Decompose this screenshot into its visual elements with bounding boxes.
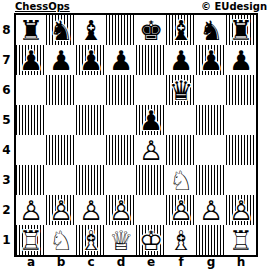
white-bishop-c1: ♝♗ (76, 225, 106, 255)
black-queen-f6: ♛ (166, 75, 196, 105)
square-b4 (46, 135, 76, 165)
square-e1: ♚♔ (136, 225, 166, 255)
rank-label-2: 2 (0, 195, 13, 225)
black-bishop-c8: ♝ (76, 15, 106, 45)
white-pawn-a2: ♟♙ (16, 195, 46, 225)
square-f1: ♝♗ (166, 225, 196, 255)
square-d2: ♟♙ (106, 195, 136, 225)
square-b1: ♞♘ (46, 225, 76, 255)
black-queen-glyph: ♛ (166, 75, 196, 105)
black-pawn-f7: ♟ (166, 45, 196, 75)
black-rook-a8: ♜ (16, 15, 46, 45)
file-label-e: e (136, 256, 166, 269)
square-b2: ♟♙ (46, 195, 76, 225)
square-e7 (136, 45, 166, 75)
white-queen-d1: ♛♕ (106, 225, 136, 255)
square-h3 (226, 165, 256, 195)
square-h7: ♟ (226, 45, 256, 75)
square-f6: ♛ (166, 75, 196, 105)
square-d7: ♟ (106, 45, 136, 75)
white-knight-f3: ♞♘ (166, 165, 196, 195)
square-f4 (166, 135, 196, 165)
white-pawn-c2: ♟♙ (76, 195, 106, 225)
white-bishop-f1: ♝♗ (166, 225, 196, 255)
square-f5 (166, 105, 196, 135)
square-e3 (136, 165, 166, 195)
square-g3 (196, 165, 226, 195)
square-b8: ♞ (46, 15, 76, 45)
black-pawn-a7: ♟ (16, 45, 46, 75)
square-g6 (196, 75, 226, 105)
square-d1: ♛♕ (106, 225, 136, 255)
white-pawn-d2: ♟♙ (106, 195, 136, 225)
white-pawn-outline: ♙ (226, 195, 256, 225)
square-f7: ♟ (166, 45, 196, 75)
rank-label-5: 5 (0, 105, 13, 135)
white-rook-outline: ♖ (226, 225, 256, 255)
square-a2: ♟♙ (16, 195, 46, 225)
white-king-outline: ♔ (136, 225, 166, 255)
black-pawn-b7: ♟ (46, 45, 76, 75)
square-f2: ♟♙ (166, 195, 196, 225)
black-king-e8: ♚ (136, 15, 166, 45)
black-rook-glyph: ♜ (16, 15, 46, 45)
black-pawn-glyph: ♟ (196, 45, 226, 75)
square-c1: ♝♗ (76, 225, 106, 255)
white-pawn-outline: ♙ (136, 135, 166, 165)
file-label-a: a (16, 256, 46, 269)
white-pawn-outline: ♙ (46, 195, 76, 225)
white-pawn-outline: ♙ (106, 195, 136, 225)
square-f3: ♞♘ (166, 165, 196, 195)
rank-label-7: 7 (0, 45, 13, 75)
square-a3 (16, 165, 46, 195)
white-bishop-outline: ♗ (166, 225, 196, 255)
square-a8: ♜ (16, 15, 46, 45)
black-bishop-glyph: ♝ (166, 15, 196, 45)
square-c3 (76, 165, 106, 195)
square-e2 (136, 195, 166, 225)
square-h1: ♜♖ (226, 225, 256, 255)
white-rook-a1: ♜♖ (16, 225, 46, 255)
white-pawn-outline: ♙ (76, 195, 106, 225)
square-e6 (136, 75, 166, 105)
file-label-f: f (166, 256, 196, 269)
white-rook-outline: ♖ (16, 225, 46, 255)
file-labels: abcdefgh (16, 256, 256, 269)
square-g4 (196, 135, 226, 165)
square-f8: ♝ (166, 15, 196, 45)
square-e8: ♚ (136, 15, 166, 45)
square-c6 (76, 75, 106, 105)
square-e4: ♟♙ (136, 135, 166, 165)
copyright-credit: © EUdesign (201, 1, 267, 12)
rank-labels: 87654321 (0, 15, 13, 255)
square-a4 (16, 135, 46, 165)
white-pawn-outline: ♙ (196, 195, 226, 225)
black-pawn-c7: ♟ (76, 45, 106, 75)
chess-board: ♜♞♝♚♝♞♜♟♟♟♟♟♟♟♛♟♟♙♞♘♟♙♟♙♟♙♟♙♟♙♟♙♟♙♜♖♞♘♝♗… (14, 13, 258, 257)
square-d3 (106, 165, 136, 195)
square-c5 (76, 105, 106, 135)
black-pawn-e5: ♟ (136, 105, 166, 135)
black-knight-b8: ♞ (46, 15, 76, 45)
square-h8: ♜ (226, 15, 256, 45)
white-knight-outline: ♘ (166, 165, 196, 195)
square-b5 (46, 105, 76, 135)
square-b7: ♟ (46, 45, 76, 75)
file-label-b: b (46, 256, 76, 269)
file-label-g: g (196, 256, 226, 269)
file-label-d: d (106, 256, 136, 269)
black-pawn-d7: ♟ (106, 45, 136, 75)
square-g2: ♟♙ (196, 195, 226, 225)
white-knight-b1: ♞♘ (46, 225, 76, 255)
square-b3 (46, 165, 76, 195)
square-a6 (16, 75, 46, 105)
black-rook-h8: ♜ (226, 15, 256, 45)
black-rook-glyph: ♜ (226, 15, 256, 45)
square-h2: ♟♙ (226, 195, 256, 225)
square-h6 (226, 75, 256, 105)
square-d8 (106, 15, 136, 45)
rank-label-4: 4 (0, 135, 13, 165)
square-c4 (76, 135, 106, 165)
chessops-title-link[interactable]: ChessOps (15, 1, 70, 12)
white-king-e1: ♚♔ (136, 225, 166, 255)
black-pawn-glyph: ♟ (136, 105, 166, 135)
white-pawn-outline: ♙ (166, 195, 196, 225)
square-c2: ♟♙ (76, 195, 106, 225)
black-pawn-glyph: ♟ (16, 45, 46, 75)
black-pawn-glyph: ♟ (46, 45, 76, 75)
square-g8: ♞ (196, 15, 226, 45)
white-pawn-b2: ♟♙ (46, 195, 76, 225)
square-c7: ♟ (76, 45, 106, 75)
square-d4 (106, 135, 136, 165)
black-pawn-glyph: ♟ (226, 45, 256, 75)
black-bishop-glyph: ♝ (76, 15, 106, 45)
square-d5 (106, 105, 136, 135)
square-b6 (46, 75, 76, 105)
black-king-glyph: ♚ (136, 15, 166, 45)
white-pawn-e4: ♟♙ (136, 135, 166, 165)
square-h4 (226, 135, 256, 165)
square-g5 (196, 105, 226, 135)
square-c8: ♝ (76, 15, 106, 45)
white-rook-h1: ♜♖ (226, 225, 256, 255)
black-knight-g8: ♞ (196, 15, 226, 45)
square-h5 (226, 105, 256, 135)
black-knight-glyph: ♞ (46, 15, 76, 45)
rank-label-3: 3 (0, 165, 13, 195)
black-pawn-g7: ♟ (196, 45, 226, 75)
black-pawn-h7: ♟ (226, 45, 256, 75)
white-pawn-f2: ♟♙ (166, 195, 196, 225)
square-a7: ♟ (16, 45, 46, 75)
black-pawn-glyph: ♟ (106, 45, 136, 75)
file-label-c: c (76, 256, 106, 269)
square-a5 (16, 105, 46, 135)
rank-label-8: 8 (0, 15, 13, 45)
black-bishop-f8: ♝ (166, 15, 196, 45)
rank-label-6: 6 (0, 75, 13, 105)
square-e5: ♟ (136, 105, 166, 135)
white-knight-outline: ♘ (46, 225, 76, 255)
black-pawn-glyph: ♟ (166, 45, 196, 75)
square-g7: ♟ (196, 45, 226, 75)
white-queen-outline: ♕ (106, 225, 136, 255)
rank-label-1: 1 (0, 225, 13, 255)
square-d6 (106, 75, 136, 105)
white-bishop-outline: ♗ (76, 225, 106, 255)
black-pawn-glyph: ♟ (76, 45, 106, 75)
white-pawn-outline: ♙ (16, 195, 46, 225)
square-g1 (196, 225, 226, 255)
black-knight-glyph: ♞ (196, 15, 226, 45)
square-a1: ♜♖ (16, 225, 46, 255)
white-pawn-h2: ♟♙ (226, 195, 256, 225)
chessops-diagram: ChessOps © EUdesign 87654321 ♜♞♝♚♝♞♜♟♟♟♟… (0, 0, 270, 270)
white-pawn-g2: ♟♙ (196, 195, 226, 225)
file-label-h: h (226, 256, 256, 269)
